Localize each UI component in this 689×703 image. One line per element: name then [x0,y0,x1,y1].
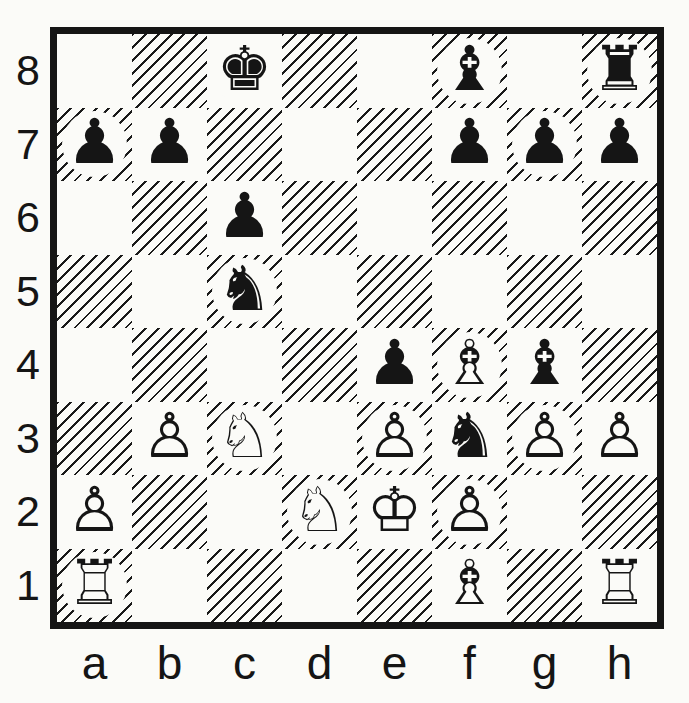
square-g2[interactable] [507,475,582,549]
square-e1[interactable] [357,549,432,623]
file-label-d: d [282,633,357,693]
file-label-f: f [432,633,507,693]
square-c6[interactable]: ♟ [207,181,282,255]
square-d3[interactable] [282,402,357,476]
square-c1[interactable] [207,549,282,623]
square-d8[interactable] [282,34,357,108]
square-c7[interactable] [207,108,282,182]
square-d5[interactable] [282,255,357,329]
square-a3[interactable] [57,402,132,476]
piece-bB-g4: ♝ [517,332,573,394]
piece-bK-c8: ♚ [217,38,273,100]
file-label-h: h [582,633,657,693]
square-c8[interactable]: ♚ [207,34,282,108]
square-c4[interactable] [207,328,282,402]
file-labels: abcdefgh [57,633,657,693]
piece-bP-h7: ♟ [592,111,648,173]
rank-label-6: 6 [10,181,46,255]
square-e4[interactable]: ♟ [357,328,432,402]
piece-bP-g7: ♟ [517,111,573,173]
piece-wP-a2: ♙ [67,479,123,541]
piece-bP-b7: ♟ [142,111,198,173]
rank-label-3: 3 [10,402,46,476]
square-b3[interactable]: ♙ [132,402,207,476]
square-b1[interactable] [132,549,207,623]
square-h5[interactable] [582,255,657,329]
square-e3[interactable]: ♙ [357,402,432,476]
square-d6[interactable] [282,181,357,255]
square-e5[interactable] [357,255,432,329]
square-h4[interactable] [582,328,657,402]
piece-bP-c6: ♟ [217,185,273,247]
square-g1[interactable] [507,549,582,623]
rank-label-1: 1 [10,549,46,623]
square-a1[interactable]: ♖ [57,549,132,623]
piece-bB-f8: ♝ [442,38,498,100]
square-g5[interactable] [507,255,582,329]
square-a2[interactable]: ♙ [57,475,132,549]
piece-wN-d2: ♘ [292,479,348,541]
square-d7[interactable] [282,108,357,182]
square-d4[interactable] [282,328,357,402]
square-f7[interactable]: ♟ [432,108,507,182]
square-g3[interactable]: ♙ [507,402,582,476]
square-c2[interactable] [207,475,282,549]
file-label-b: b [132,633,207,693]
square-b7[interactable]: ♟ [132,108,207,182]
square-d2[interactable]: ♘ [282,475,357,549]
chess-board: ♚♝♜♟♟♟♟♟♟♞♟♗♝♙♘♙♞♙♙♙♘♔♙♖♗♖ [50,27,664,629]
square-g8[interactable] [507,34,582,108]
chess-diagram-page: 87654321 ♚♝♜♟♟♟♟♟♟♞♟♗♝♙♘♙♞♙♙♙♘♔♙♖♗♖ abcd… [0,0,689,703]
square-a6[interactable] [57,181,132,255]
square-f3[interactable]: ♞ [432,402,507,476]
square-h7[interactable]: ♟ [582,108,657,182]
square-h2[interactable] [582,475,657,549]
piece-wB-f1: ♗ [442,552,498,614]
file-label-g: g [507,633,582,693]
square-f4[interactable]: ♗ [432,328,507,402]
piece-bN-c5: ♞ [217,258,273,320]
square-b2[interactable] [132,475,207,549]
piece-bP-e4: ♟ [367,332,423,394]
square-e8[interactable] [357,34,432,108]
square-h3[interactable]: ♙ [582,402,657,476]
piece-wR-h1: ♖ [592,552,648,614]
piece-bR-h8: ♜ [592,38,648,100]
square-a5[interactable] [57,255,132,329]
rank-label-7: 7 [10,108,46,182]
rank-label-5: 5 [10,255,46,329]
square-f5[interactable] [432,255,507,329]
piece-wN-c3: ♘ [217,405,273,467]
piece-wP-e3: ♙ [367,405,423,467]
piece-wP-g3: ♙ [517,405,573,467]
piece-wK-e2: ♔ [367,479,423,541]
piece-bP-a7: ♟ [67,111,123,173]
square-h8[interactable]: ♜ [582,34,657,108]
piece-bN-f3: ♞ [442,405,498,467]
piece-wP-f2: ♙ [442,479,498,541]
rank-label-4: 4 [10,328,46,402]
square-e7[interactable] [357,108,432,182]
square-b6[interactable] [132,181,207,255]
file-label-c: c [207,633,282,693]
square-a4[interactable] [57,328,132,402]
square-h1[interactable]: ♖ [582,549,657,623]
square-g6[interactable] [507,181,582,255]
square-f6[interactable] [432,181,507,255]
square-f8[interactable]: ♝ [432,34,507,108]
square-a8[interactable] [57,34,132,108]
square-h6[interactable] [582,181,657,255]
square-f1[interactable]: ♗ [432,549,507,623]
square-e2[interactable]: ♔ [357,475,432,549]
square-f2[interactable]: ♙ [432,475,507,549]
piece-bP-f7: ♟ [442,111,498,173]
piece-wR-a1: ♖ [67,552,123,614]
file-label-e: e [357,633,432,693]
square-g7[interactable]: ♟ [507,108,582,182]
square-a7[interactable]: ♟ [57,108,132,182]
square-c3[interactable]: ♘ [207,402,282,476]
square-b5[interactable] [132,255,207,329]
rank-label-8: 8 [10,34,46,108]
piece-wP-b3: ♙ [142,405,198,467]
piece-wP-h3: ♙ [592,405,648,467]
square-c5[interactable]: ♞ [207,255,282,329]
rank-label-2: 2 [10,475,46,549]
square-b4[interactable] [132,328,207,402]
piece-wB-f4: ♗ [442,332,498,394]
square-g4[interactable]: ♝ [507,328,582,402]
file-label-a: a [57,633,132,693]
rank-labels: 87654321 [10,34,46,622]
square-d1[interactable] [282,549,357,623]
square-b8[interactable] [132,34,207,108]
square-e6[interactable] [357,181,432,255]
